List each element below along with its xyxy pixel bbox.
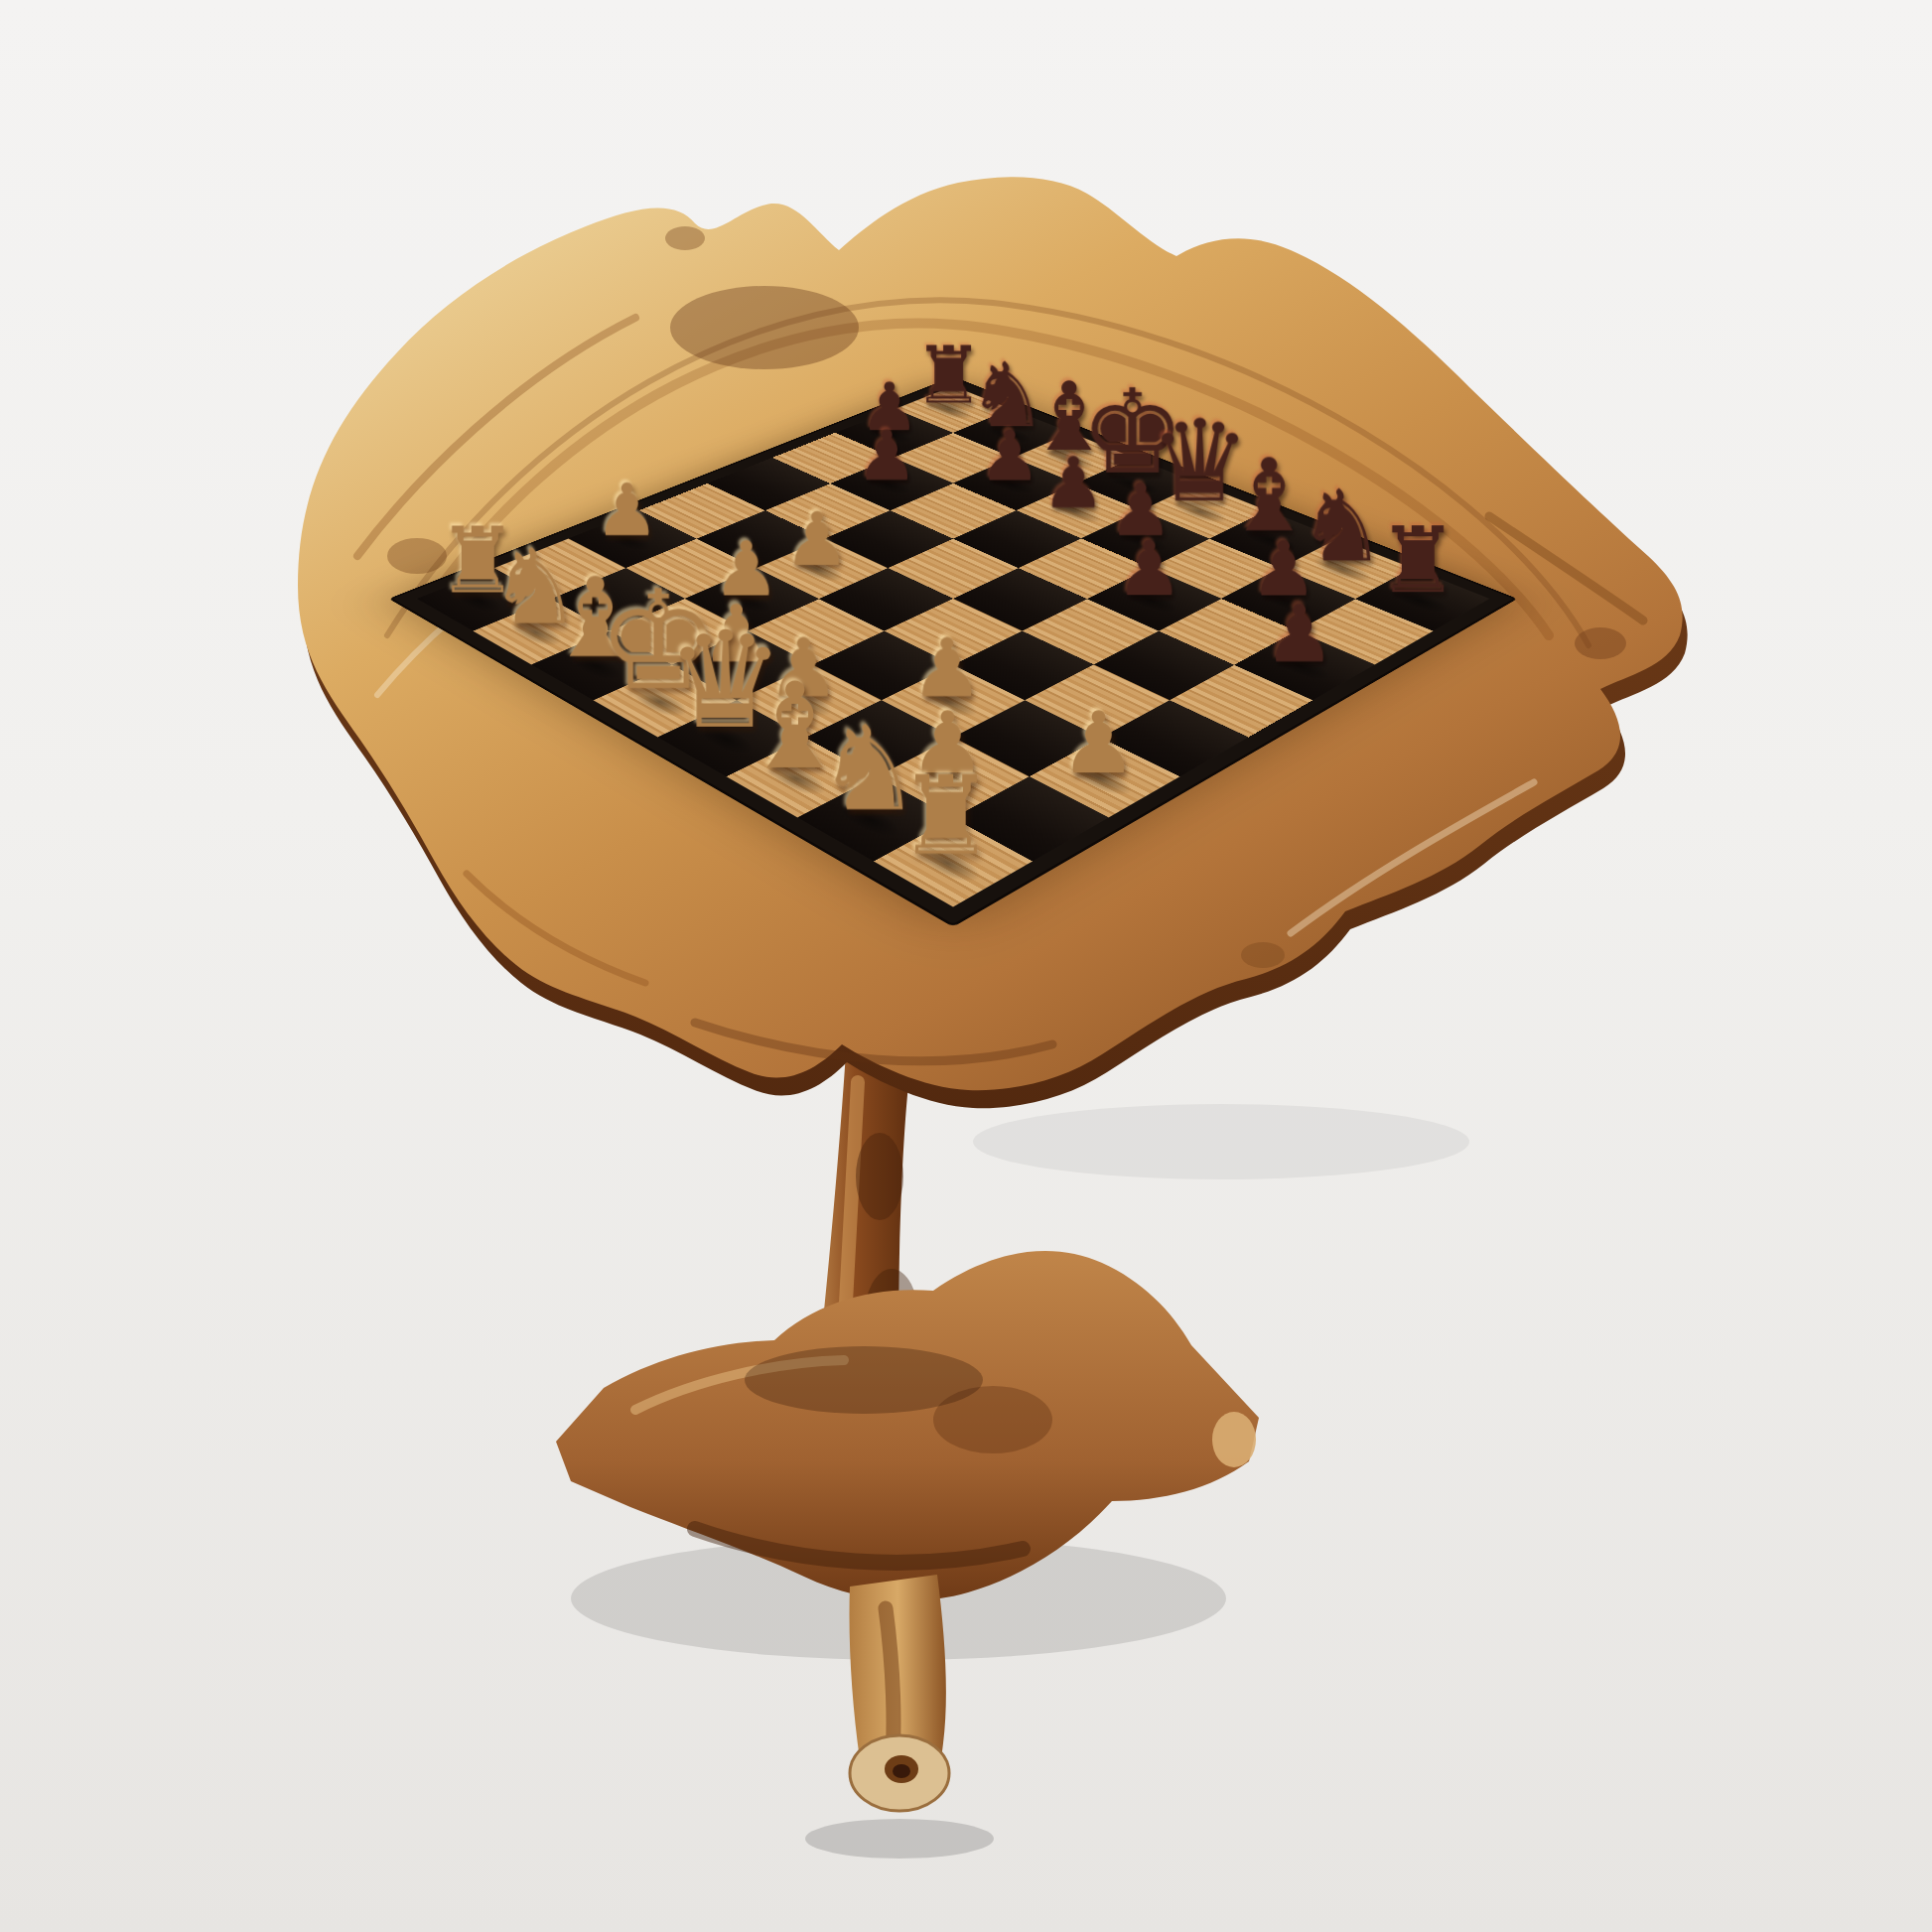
black-pawn-glyph: ♟ (1264, 595, 1335, 674)
white-pawn-glyph: ♟ (595, 475, 659, 547)
black-pawn-glyph: ♟ (1042, 448, 1106, 518)
black-pawn-glyph: ♟ (1115, 531, 1182, 607)
front-leg (849, 1575, 949, 1811)
black-pawn-glyph: ♟ (979, 422, 1041, 491)
black-rook-glyph: ♜ (1377, 515, 1459, 607)
white-rook-glyph: ♜ (897, 762, 995, 872)
black-pawn-glyph: ♟ (856, 422, 918, 491)
white-pawn-glyph: ♟ (1060, 701, 1137, 786)
white-pawn-glyph: ♟ (783, 502, 850, 576)
board-edging: ♜♞♝♚♛♝♞♜♟♟♟♟♟♟♟♟♟♟♟♟♟♟♟♟♜♞♝♚♛♝♞♜ (388, 376, 1517, 926)
chess-board: ♜♞♝♚♛♝♞♜♟♟♟♟♟♟♟♟♟♟♟♟♟♟♟♟♜♞♝♚♛♝♞♜ (554, 200, 1352, 998)
log-base (556, 1251, 1259, 1600)
board-grid: ♜♞♝♚♛♝♞♜♟♟♟♟♟♟♟♟♟♟♟♟♟♟♟♟♜♞♝♚♛♝♞♜ (417, 386, 1489, 907)
